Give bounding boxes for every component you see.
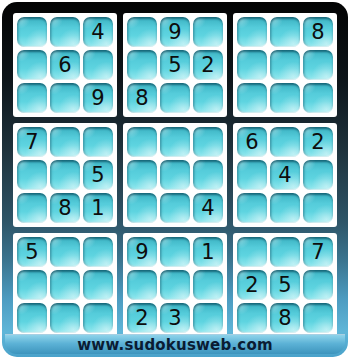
cell-r1c5[interactable]: 9 (160, 17, 190, 47)
cell-r5c7[interactable] (237, 160, 267, 190)
cell-r8c8[interactable]: 5 (270, 270, 300, 300)
cell-r7c2[interactable] (50, 237, 80, 267)
cell-r5c2[interactable] (50, 160, 80, 190)
cell-r8c1[interactable] (17, 270, 47, 300)
cell-r8c7[interactable]: 2 (237, 270, 267, 300)
sudoku-box-3: 8 (233, 13, 337, 117)
cell-r2c7[interactable] (237, 50, 267, 80)
cell-r9c5[interactable]: 3 (160, 303, 190, 333)
sudoku-box-9: 7258 (233, 233, 337, 337)
cell-r1c1[interactable] (17, 17, 47, 47)
cell-r7c5[interactable] (160, 237, 190, 267)
cell-r2c4[interactable] (127, 50, 157, 80)
cell-r5c1[interactable] (17, 160, 47, 190)
cell-r4c4[interactable] (127, 127, 157, 157)
cell-r2c1[interactable] (17, 50, 47, 80)
cell-r8c6[interactable] (193, 270, 223, 300)
cell-r2c3[interactable] (83, 50, 113, 80)
cell-r4c1[interactable]: 7 (17, 127, 47, 157)
cell-r8c5[interactable] (160, 270, 190, 300)
cell-r7c8[interactable] (270, 237, 300, 267)
cell-r3c3[interactable]: 9 (83, 83, 113, 113)
cell-r1c2[interactable] (50, 17, 80, 47)
cell-r3c1[interactable] (17, 83, 47, 113)
cell-r1c6[interactable] (193, 17, 223, 47)
cell-r5c6[interactable] (193, 160, 223, 190)
cell-r5c9[interactable] (303, 160, 333, 190)
cell-r8c3[interactable] (83, 270, 113, 300)
cell-r7c7[interactable] (237, 237, 267, 267)
cell-r2c8[interactable] (270, 50, 300, 80)
cell-r3c4[interactable]: 8 (127, 83, 157, 113)
cell-r8c2[interactable] (50, 270, 80, 300)
cell-r7c3[interactable] (83, 237, 113, 267)
cell-r9c7[interactable] (237, 303, 267, 333)
cell-r3c9[interactable] (303, 83, 333, 113)
cell-r6c7[interactable] (237, 193, 267, 223)
cell-r9c2[interactable] (50, 303, 80, 333)
cell-r3c7[interactable] (237, 83, 267, 113)
site-link[interactable]: www.sudokusweb.com (77, 336, 272, 354)
cell-r9c9[interactable] (303, 303, 333, 333)
cell-r7c1[interactable]: 5 (17, 237, 47, 267)
cell-r2c9[interactable] (303, 50, 333, 80)
cell-r8c9[interactable] (303, 270, 333, 300)
cell-r2c5[interactable]: 5 (160, 50, 190, 80)
cell-r6c6[interactable]: 4 (193, 193, 223, 223)
cell-r6c3[interactable]: 1 (83, 193, 113, 223)
cell-r4c2[interactable] (50, 127, 80, 157)
cell-r8c4[interactable] (127, 270, 157, 300)
cell-r3c5[interactable] (160, 83, 190, 113)
cell-r4c6[interactable] (193, 127, 223, 157)
sudoku-box-8: 9123 (123, 233, 227, 337)
cell-r6c1[interactable] (17, 193, 47, 223)
footer-bar: www.sudokusweb.com (5, 334, 345, 354)
sudoku-box-6: 624 (233, 123, 337, 227)
cell-r9c8[interactable]: 8 (270, 303, 300, 333)
cell-r6c4[interactable] (127, 193, 157, 223)
cell-r5c3[interactable]: 5 (83, 160, 113, 190)
sudoku-box-2: 9528 (123, 13, 227, 117)
cell-r3c6[interactable] (193, 83, 223, 113)
cell-r5c8[interactable]: 4 (270, 160, 300, 190)
cell-r6c9[interactable] (303, 193, 333, 223)
cell-r2c2[interactable]: 6 (50, 50, 80, 80)
cell-r9c1[interactable] (17, 303, 47, 333)
cell-r9c4[interactable]: 2 (127, 303, 157, 333)
cell-r1c4[interactable] (127, 17, 157, 47)
cell-r1c3[interactable]: 4 (83, 17, 113, 47)
cell-r1c9[interactable]: 8 (303, 17, 333, 47)
sudoku-box-7: 5 (13, 233, 117, 337)
cell-r7c6[interactable]: 1 (193, 237, 223, 267)
cell-r4c5[interactable] (160, 127, 190, 157)
cell-r4c9[interactable]: 2 (303, 127, 333, 157)
cell-r4c3[interactable] (83, 127, 113, 157)
cell-r4c8[interactable] (270, 127, 300, 157)
cell-r6c5[interactable] (160, 193, 190, 223)
cell-r6c2[interactable]: 8 (50, 193, 80, 223)
cell-r5c4[interactable] (127, 160, 157, 190)
cell-r3c8[interactable] (270, 83, 300, 113)
cell-r1c8[interactable] (270, 17, 300, 47)
sudoku-board: 4699528875814624591237258 www.sudokusweb… (2, 2, 348, 357)
cell-r7c9[interactable]: 7 (303, 237, 333, 267)
cell-r2c6[interactable]: 2 (193, 50, 223, 80)
cell-r7c4[interactable]: 9 (127, 237, 157, 267)
cell-r4c7[interactable]: 6 (237, 127, 267, 157)
sudoku-box-1: 469 (13, 13, 117, 117)
sudoku-box-4: 7581 (13, 123, 117, 227)
cell-r1c7[interactable] (237, 17, 267, 47)
cell-r3c2[interactable] (50, 83, 80, 113)
cell-r9c6[interactable] (193, 303, 223, 333)
cell-r6c8[interactable] (270, 193, 300, 223)
cell-r5c5[interactable] (160, 160, 190, 190)
sudoku-box-5: 4 (123, 123, 227, 227)
cell-r9c3[interactable] (83, 303, 113, 333)
sudoku-grid: 4699528875814624591237258 (13, 13, 337, 337)
